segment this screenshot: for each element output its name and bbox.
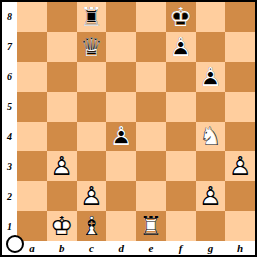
square-c3[interactable] <box>77 151 107 181</box>
square-h8[interactable] <box>225 2 255 32</box>
square-e6[interactable] <box>136 62 166 92</box>
square-f5[interactable] <box>166 92 196 122</box>
square-e8[interactable] <box>136 2 166 32</box>
white-pawn-outline-glyph: ♙ <box>225 151 255 181</box>
square-g1[interactable] <box>196 211 226 241</box>
rank-label-7: 7 <box>2 32 17 62</box>
square-e1[interactable]: ♜♖ <box>136 211 166 241</box>
white-king-outline-glyph: ♔ <box>47 211 77 241</box>
rank-label-8: 8 <box>2 2 17 32</box>
square-g5[interactable] <box>196 92 226 122</box>
white-bishop[interactable]: ♝♗ <box>77 211 107 241</box>
file-label-e: e <box>136 241 166 255</box>
rank-label-4: 4 <box>2 122 17 152</box>
square-b8[interactable] <box>47 2 77 32</box>
square-d3[interactable] <box>106 151 136 181</box>
chess-board: 8♜♖♚♔7♛♕♟♙6♟♙54♟♙♞♘3♟♙♟♙2♟♙♟♙1♚♔♝♗♜♖abcd… <box>2 2 255 255</box>
white-pawn[interactable]: ♟♙ <box>47 151 77 181</box>
white-king[interactable]: ♚♔ <box>47 211 77 241</box>
square-h3[interactable]: ♟♙ <box>225 151 255 181</box>
square-a3[interactable] <box>17 151 47 181</box>
file-label-d: d <box>106 241 136 255</box>
square-g8[interactable] <box>196 2 226 32</box>
square-h7[interactable] <box>225 32 255 62</box>
square-e2[interactable] <box>136 181 166 211</box>
black-pawn[interactable]: ♟♙ <box>166 32 196 62</box>
square-a1[interactable] <box>17 211 47 241</box>
square-b6[interactable] <box>47 62 77 92</box>
square-a6[interactable] <box>17 62 47 92</box>
square-d5[interactable] <box>106 92 136 122</box>
square-g3[interactable] <box>196 151 226 181</box>
file-label-b: b <box>47 241 77 255</box>
square-d7[interactable] <box>106 32 136 62</box>
white-pawn-outline-glyph: ♙ <box>77 181 107 211</box>
black-queen[interactable]: ♛♕ <box>77 32 107 62</box>
black-king[interactable]: ♚♔ <box>166 2 196 32</box>
black-pawn-outline-glyph: ♙ <box>166 32 196 62</box>
white-pawn-outline-glyph: ♙ <box>47 151 77 181</box>
black-king-outline-glyph: ♔ <box>166 2 196 32</box>
file-label-f: f <box>166 241 196 255</box>
black-pawn[interactable]: ♟♙ <box>106 122 136 152</box>
square-g6[interactable]: ♟♙ <box>196 62 226 92</box>
white-rook-outline-glyph: ♖ <box>136 211 166 241</box>
square-f3[interactable] <box>166 151 196 181</box>
square-c4[interactable] <box>77 122 107 152</box>
black-pawn[interactable]: ♟♙ <box>196 62 226 92</box>
square-b2[interactable] <box>47 181 77 211</box>
square-h5[interactable] <box>225 92 255 122</box>
square-e4[interactable] <box>136 122 166 152</box>
square-h2[interactable] <box>225 181 255 211</box>
square-e3[interactable] <box>136 151 166 181</box>
white-knight[interactable]: ♞♘ <box>196 122 226 152</box>
square-f4[interactable] <box>166 122 196 152</box>
black-pawn-outline-glyph: ♙ <box>196 62 226 92</box>
square-d2[interactable] <box>106 181 136 211</box>
rank-label-3: 3 <box>2 151 17 181</box>
white-rook[interactable]: ♜♖ <box>136 211 166 241</box>
square-d6[interactable] <box>106 62 136 92</box>
square-a7[interactable] <box>17 32 47 62</box>
square-c8[interactable]: ♜♖ <box>77 2 107 32</box>
square-c5[interactable] <box>77 92 107 122</box>
square-f6[interactable] <box>166 62 196 92</box>
square-d4[interactable]: ♟♙ <box>106 122 136 152</box>
square-d1[interactable] <box>106 211 136 241</box>
square-b1[interactable]: ♚♔ <box>47 211 77 241</box>
chess-diagram: 8♜♖♚♔7♛♕♟♙6♟♙54♟♙♞♘3♟♙♟♙2♟♙♟♙1♚♔♝♗♜♖abcd… <box>0 0 257 257</box>
square-h6[interactable] <box>225 62 255 92</box>
file-label-h: h <box>225 241 255 255</box>
white-knight-outline-glyph: ♘ <box>196 122 226 152</box>
black-rook-outline-glyph: ♖ <box>77 2 107 32</box>
square-a4[interactable] <box>17 122 47 152</box>
square-c7[interactable]: ♛♕ <box>77 32 107 62</box>
square-b5[interactable] <box>47 92 77 122</box>
rank-label-5: 5 <box>2 92 17 122</box>
white-pawn[interactable]: ♟♙ <box>77 181 107 211</box>
black-rook[interactable]: ♜♖ <box>77 2 107 32</box>
square-g7[interactable] <box>196 32 226 62</box>
white-bishop-outline-glyph: ♗ <box>77 211 107 241</box>
white-pawn[interactable]: ♟♙ <box>196 181 226 211</box>
square-f7[interactable]: ♟♙ <box>166 32 196 62</box>
square-f2[interactable] <box>166 181 196 211</box>
white-pawn[interactable]: ♟♙ <box>225 151 255 181</box>
square-e7[interactable] <box>136 32 166 62</box>
square-f1[interactable] <box>166 211 196 241</box>
square-b7[interactable] <box>47 32 77 62</box>
square-g2[interactable]: ♟♙ <box>196 181 226 211</box>
file-label-c: c <box>77 241 107 255</box>
black-pawn-outline-glyph: ♙ <box>106 122 136 152</box>
black-queen-outline-glyph: ♕ <box>77 32 107 62</box>
square-h1[interactable] <box>225 211 255 241</box>
file-label-g: g <box>196 241 226 255</box>
square-h4[interactable] <box>225 122 255 152</box>
square-b4[interactable] <box>47 122 77 152</box>
square-b3[interactable]: ♟♙ <box>47 151 77 181</box>
white-pawn-outline-glyph: ♙ <box>196 181 226 211</box>
square-a5[interactable] <box>17 92 47 122</box>
square-c1[interactable]: ♝♗ <box>77 211 107 241</box>
rank-label-2: 2 <box>2 181 17 211</box>
square-a8[interactable] <box>17 2 47 32</box>
square-c6[interactable] <box>77 62 107 92</box>
square-g4[interactable]: ♞♘ <box>196 122 226 152</box>
square-c2[interactable]: ♟♙ <box>77 181 107 211</box>
square-a2[interactable] <box>17 181 47 211</box>
white-to-move-indicator <box>6 235 24 253</box>
square-f8[interactable]: ♚♔ <box>166 2 196 32</box>
square-d8[interactable] <box>106 2 136 32</box>
square-e5[interactable] <box>136 92 166 122</box>
rank-label-6: 6 <box>2 62 17 92</box>
